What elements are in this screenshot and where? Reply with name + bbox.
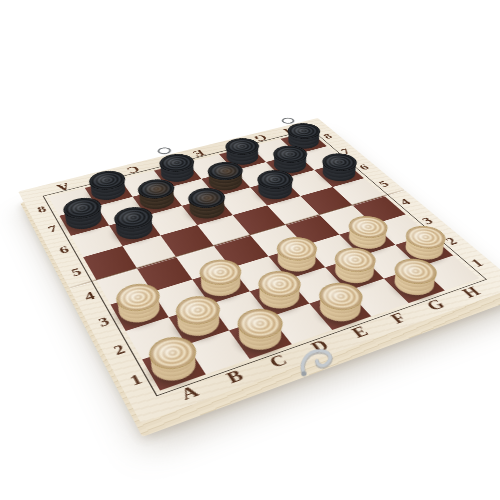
rank-label-right-3: 3 (419, 216, 436, 226)
rank-label-left-8: 8 (35, 204, 47, 214)
rank-label-left-6: 6 (57, 244, 71, 256)
rank-label-left-4: 4 (82, 290, 97, 303)
rank-label-right-5: 5 (376, 179, 391, 188)
rank-label-right-8: 8 (321, 132, 334, 140)
piece-dark-d6[interactable] (184, 198, 230, 224)
rank-label-left-5: 5 (69, 266, 83, 278)
file-label-far-a: A (55, 181, 72, 192)
file-label-far-e: E (191, 149, 207, 158)
rank-label-left-3: 3 (96, 315, 112, 329)
rank-label-right-1: 1 (468, 257, 486, 269)
rank-label-left-7: 7 (46, 224, 59, 235)
file-label-near-e: E (348, 324, 371, 341)
rank-label-right-6: 6 (357, 163, 372, 172)
photo-scene: AABBCCDDEEFFGGHH1122334455667788 (0, 0, 500, 500)
file-label-near-c: C (266, 352, 290, 370)
file-label-near-h: H (459, 284, 484, 299)
rank-label-left-2: 2 (111, 342, 127, 357)
checkers-board: AABBCCDDEEFFGGHH1122334455667788 (18, 118, 500, 423)
file-label-near-f: F (387, 310, 409, 326)
rank-label-left-1: 1 (127, 372, 144, 389)
rank-label-right-4: 4 (397, 197, 413, 207)
file-label-near-a: A (178, 383, 202, 403)
file-label-near-b: B (223, 367, 246, 386)
product-photo: { "game": "checkers (draughts) set on a … (0, 0, 500, 500)
file-label-far-c: C (125, 164, 142, 174)
file-label-near-g: G (423, 297, 448, 313)
